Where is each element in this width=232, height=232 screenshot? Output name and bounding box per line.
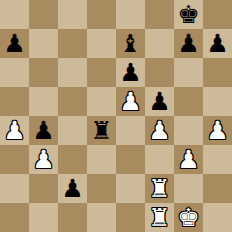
white-pawn[interactable]: ♟ bbox=[119, 87, 141, 116]
square-f6[interactable] bbox=[145, 58, 174, 87]
square-e8[interactable] bbox=[116, 0, 145, 29]
square-f7[interactable] bbox=[145, 29, 174, 58]
square-f4[interactable]: ♟ bbox=[145, 116, 174, 145]
square-g7[interactable]: ♟ bbox=[174, 29, 203, 58]
square-b2[interactable] bbox=[29, 174, 58, 203]
square-f3[interactable] bbox=[145, 145, 174, 174]
white-pawn[interactable]: ♟ bbox=[148, 116, 170, 145]
square-h2[interactable] bbox=[203, 174, 232, 203]
square-c5[interactable] bbox=[58, 87, 87, 116]
square-e4[interactable] bbox=[116, 116, 145, 145]
square-b6[interactable] bbox=[29, 58, 58, 87]
square-b8[interactable] bbox=[29, 0, 58, 29]
square-g3[interactable]: ♟ bbox=[174, 145, 203, 174]
square-c7[interactable] bbox=[58, 29, 87, 58]
white-pawn[interactable]: ♟ bbox=[206, 116, 228, 145]
square-b5[interactable] bbox=[29, 87, 58, 116]
square-b4[interactable]: ♟ bbox=[29, 116, 58, 145]
chess-board: ♚♟♝♟♟♟♟♟♟♟♜♟♟♟♟♟♜♜♚ bbox=[0, 0, 232, 232]
square-d8[interactable] bbox=[87, 0, 116, 29]
black-pawn[interactable]: ♟ bbox=[148, 87, 170, 116]
square-g4[interactable] bbox=[174, 116, 203, 145]
square-d4[interactable]: ♜ bbox=[87, 116, 116, 145]
square-d1[interactable] bbox=[87, 203, 116, 232]
square-a1[interactable] bbox=[0, 203, 29, 232]
black-pawn[interactable]: ♟ bbox=[177, 29, 199, 58]
black-pawn[interactable]: ♟ bbox=[32, 116, 54, 145]
square-a8[interactable] bbox=[0, 0, 29, 29]
square-c8[interactable] bbox=[58, 0, 87, 29]
square-f1[interactable]: ♜ bbox=[145, 203, 174, 232]
square-a4[interactable]: ♟ bbox=[0, 116, 29, 145]
square-h3[interactable] bbox=[203, 145, 232, 174]
black-pawn[interactable]: ♟ bbox=[61, 174, 83, 203]
black-rook[interactable]: ♜ bbox=[90, 116, 112, 145]
square-d5[interactable] bbox=[87, 87, 116, 116]
square-d7[interactable] bbox=[87, 29, 116, 58]
square-a7[interactable]: ♟ bbox=[0, 29, 29, 58]
square-d2[interactable] bbox=[87, 174, 116, 203]
square-e6[interactable]: ♟ bbox=[116, 58, 145, 87]
white-pawn[interactable]: ♟ bbox=[3, 116, 25, 145]
white-rook[interactable]: ♜ bbox=[148, 203, 170, 232]
square-d3[interactable] bbox=[87, 145, 116, 174]
square-h4[interactable]: ♟ bbox=[203, 116, 232, 145]
square-e5[interactable]: ♟ bbox=[116, 87, 145, 116]
square-c4[interactable] bbox=[58, 116, 87, 145]
square-h7[interactable]: ♟ bbox=[203, 29, 232, 58]
square-c6[interactable] bbox=[58, 58, 87, 87]
square-f2[interactable]: ♜ bbox=[145, 174, 174, 203]
square-c3[interactable] bbox=[58, 145, 87, 174]
square-e2[interactable] bbox=[116, 174, 145, 203]
square-h6[interactable] bbox=[203, 58, 232, 87]
white-king[interactable]: ♚ bbox=[177, 203, 199, 232]
square-h5[interactable] bbox=[203, 87, 232, 116]
square-g8[interactable]: ♚ bbox=[174, 0, 203, 29]
square-e3[interactable] bbox=[116, 145, 145, 174]
square-c1[interactable] bbox=[58, 203, 87, 232]
black-pawn[interactable]: ♟ bbox=[3, 29, 25, 58]
square-h8[interactable] bbox=[203, 0, 232, 29]
square-b7[interactable] bbox=[29, 29, 58, 58]
white-rook[interactable]: ♜ bbox=[148, 174, 170, 203]
black-pawn[interactable]: ♟ bbox=[119, 58, 141, 87]
square-f8[interactable] bbox=[145, 0, 174, 29]
square-a3[interactable] bbox=[0, 145, 29, 174]
black-pawn[interactable]: ♟ bbox=[206, 29, 228, 58]
square-g2[interactable] bbox=[174, 174, 203, 203]
square-b3[interactable]: ♟ bbox=[29, 145, 58, 174]
square-e7[interactable]: ♝ bbox=[116, 29, 145, 58]
square-c2[interactable]: ♟ bbox=[58, 174, 87, 203]
square-g1[interactable]: ♚ bbox=[174, 203, 203, 232]
square-a6[interactable] bbox=[0, 58, 29, 87]
square-h1[interactable] bbox=[203, 203, 232, 232]
square-g5[interactable] bbox=[174, 87, 203, 116]
square-f5[interactable]: ♟ bbox=[145, 87, 174, 116]
square-b1[interactable] bbox=[29, 203, 58, 232]
square-e1[interactable] bbox=[116, 203, 145, 232]
square-a2[interactable] bbox=[0, 174, 29, 203]
square-d6[interactable] bbox=[87, 58, 116, 87]
square-a5[interactable] bbox=[0, 87, 29, 116]
white-pawn[interactable]: ♟ bbox=[177, 145, 199, 174]
square-g6[interactable] bbox=[174, 58, 203, 87]
black-bishop[interactable]: ♝ bbox=[119, 29, 141, 58]
black-king[interactable]: ♚ bbox=[177, 0, 199, 29]
white-pawn[interactable]: ♟ bbox=[32, 145, 54, 174]
